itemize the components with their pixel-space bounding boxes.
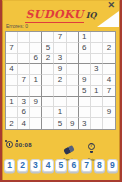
cell-r4c4[interactable] xyxy=(42,64,54,75)
eraser-icon xyxy=(63,145,75,155)
timer: 00:08 xyxy=(6,141,32,148)
cell-r7c1[interactable]: 1 xyxy=(6,97,18,108)
cell-r1c1[interactable] xyxy=(6,32,18,43)
cell-r1c6[interactable] xyxy=(67,32,79,43)
cell-r3c8[interactable] xyxy=(91,54,103,65)
cell-r5c7[interactable]: 9 xyxy=(79,75,91,86)
cell-r9c9[interactable] xyxy=(103,118,115,129)
cell-r9c6[interactable]: 9 xyxy=(67,118,79,129)
cell-r3c7[interactable] xyxy=(79,54,91,65)
cell-r8c8[interactable] xyxy=(91,107,103,118)
cell-r1c9[interactable] xyxy=(103,32,115,43)
cell-r4c3[interactable] xyxy=(30,64,42,75)
alarm-clock-icon xyxy=(6,141,13,148)
numpad-button-1[interactable]: 1 xyxy=(4,159,15,172)
logo-iq-text: IQ xyxy=(86,10,97,20)
cell-r7c2[interactable]: 3 xyxy=(18,97,30,108)
app-window: SUDOKUIQ ✕ Errores: 0 717562623493712945… xyxy=(0,0,122,182)
cell-r7c4[interactable] xyxy=(42,97,54,108)
lightbulb-icon: ? xyxy=(87,143,96,153)
cell-r3c2[interactable] xyxy=(18,54,30,65)
cell-r5c2[interactable]: 7 xyxy=(18,75,30,86)
cell-r4c1[interactable]: 4 xyxy=(6,64,18,75)
errors-counter: Errores: 0 xyxy=(6,24,28,29)
timer-value: 00:08 xyxy=(15,142,32,148)
cell-r6c5[interactable] xyxy=(54,86,66,97)
cell-r9c4[interactable] xyxy=(42,118,54,129)
cell-r1c5[interactable]: 7 xyxy=(54,32,66,43)
cell-r7c6[interactable] xyxy=(67,97,79,108)
cell-r6c3[interactable] xyxy=(30,86,42,97)
cell-r9c3[interactable] xyxy=(30,118,42,129)
cell-r9c7[interactable]: 3 xyxy=(79,118,91,129)
sudoku-grid: 7175626234937129451713961924593 xyxy=(5,31,116,130)
cell-r2c8[interactable] xyxy=(91,43,103,54)
cell-r2c4[interactable]: 5 xyxy=(42,43,54,54)
numpad-button-9[interactable]: 9 xyxy=(107,159,118,172)
cell-r5c9[interactable]: 4 xyxy=(103,75,115,86)
cell-r9c5[interactable]: 5 xyxy=(54,118,66,129)
cell-r1c3[interactable] xyxy=(30,32,42,43)
cell-r1c2[interactable] xyxy=(18,32,30,43)
app-logo: SUDOKUIQ xyxy=(0,5,122,21)
cell-r5c6[interactable] xyxy=(67,75,79,86)
cell-r5c4[interactable] xyxy=(42,75,54,86)
cell-r4c2[interactable] xyxy=(18,64,30,75)
cell-r5c5[interactable]: 2 xyxy=(54,75,66,86)
cell-r9c8[interactable] xyxy=(91,118,103,129)
cell-r7c5[interactable] xyxy=(54,97,66,108)
numpad-button-7[interactable]: 7 xyxy=(81,159,92,172)
cell-r3c1[interactable] xyxy=(6,54,18,65)
cell-r2c7[interactable]: 6 xyxy=(79,43,91,54)
cell-r8c5[interactable]: 1 xyxy=(54,107,66,118)
cell-r3c4[interactable]: 2 xyxy=(42,54,54,65)
cell-r3c5[interactable]: 3 xyxy=(54,54,66,65)
cell-r2c9[interactable]: 2 xyxy=(103,43,115,54)
cell-r8c4[interactable] xyxy=(42,107,54,118)
cell-r6c4[interactable] xyxy=(42,86,54,97)
cell-r2c1[interactable]: 7 xyxy=(6,43,18,54)
cell-r5c1[interactable] xyxy=(6,75,18,86)
cell-r6c8[interactable]: 1 xyxy=(91,86,103,97)
cell-r8c9[interactable]: 9 xyxy=(103,107,115,118)
numpad-button-2[interactable]: 2 xyxy=(17,159,28,172)
cell-r6c6[interactable] xyxy=(67,86,79,97)
cell-r7c7[interactable] xyxy=(79,97,91,108)
cell-r5c8[interactable] xyxy=(91,75,103,86)
cell-r7c3[interactable]: 9 xyxy=(30,97,42,108)
cell-r8c6[interactable] xyxy=(67,107,79,118)
cell-r6c1[interactable] xyxy=(6,86,18,97)
numpad-button-6[interactable]: 6 xyxy=(68,159,79,172)
cell-r5c3[interactable]: 1 xyxy=(30,75,42,86)
cell-r8c3[interactable] xyxy=(30,107,42,118)
cell-r8c7[interactable] xyxy=(79,107,91,118)
cell-r3c6[interactable] xyxy=(67,54,79,65)
cell-r1c4[interactable] xyxy=(42,32,54,43)
cell-r4c8[interactable]: 3 xyxy=(91,64,103,75)
cell-r1c8[interactable] xyxy=(91,32,103,43)
cell-r9c2[interactable]: 4 xyxy=(18,118,30,129)
cell-r4c9[interactable] xyxy=(103,64,115,75)
cell-r4c6[interactable] xyxy=(67,64,79,75)
cell-r2c6[interactable] xyxy=(67,43,79,54)
cell-r6c2[interactable] xyxy=(18,86,30,97)
numpad-button-3[interactable]: 3 xyxy=(30,159,41,172)
cell-r7c9[interactable] xyxy=(103,97,115,108)
cell-r7c8[interactable] xyxy=(91,97,103,108)
cell-r8c2[interactable]: 6 xyxy=(18,107,30,118)
logo-sudoku-text: SUDOKU xyxy=(25,8,83,23)
cell-r3c9[interactable] xyxy=(103,54,115,65)
close-button[interactable]: ✕ xyxy=(107,1,115,10)
cell-r4c7[interactable] xyxy=(79,64,91,75)
cell-r6c9[interactable]: 7 xyxy=(103,86,115,97)
numpad: 123456789 xyxy=(4,159,118,172)
cell-r9c1[interactable]: 2 xyxy=(6,118,18,129)
cell-r1c7[interactable]: 1 xyxy=(79,32,91,43)
cell-r3c3[interactable]: 6 xyxy=(30,54,42,65)
cell-r2c5[interactable] xyxy=(54,43,66,54)
cell-r2c2[interactable] xyxy=(18,43,30,54)
numpad-button-8[interactable]: 8 xyxy=(94,159,105,172)
numpad-button-5[interactable]: 5 xyxy=(55,159,66,172)
cell-r6c7[interactable]: 5 xyxy=(79,86,91,97)
cell-r4c5[interactable]: 9 xyxy=(54,64,66,75)
cell-r8c1[interactable] xyxy=(6,107,18,118)
cell-r2c3[interactable] xyxy=(30,43,42,54)
numpad-button-4[interactable]: 4 xyxy=(42,159,53,172)
